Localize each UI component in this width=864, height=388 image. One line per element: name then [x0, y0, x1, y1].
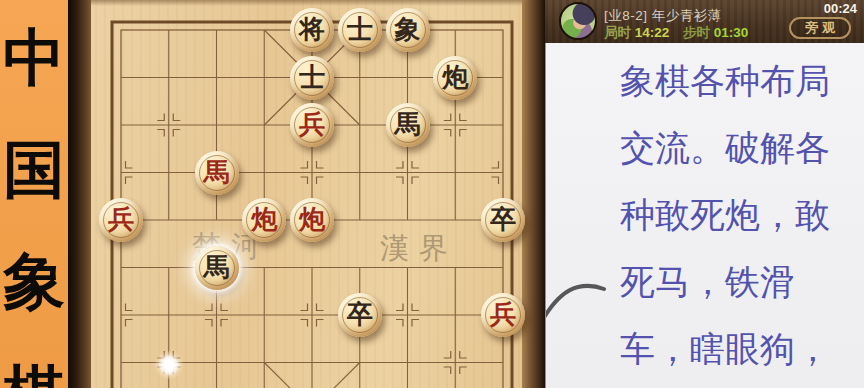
piece-black-advisor[interactable]: 士: [290, 56, 334, 100]
handwritten-stroke: [546, 43, 864, 388]
player-name: [业8-2] 年少青衫薄: [604, 7, 722, 25]
piece-character: 卒: [347, 301, 373, 327]
piece-black-soldier[interactable]: 卒: [338, 293, 382, 337]
piece-black-elephant[interactable]: 象: [386, 8, 430, 52]
river-label-han-jie: 漢界: [380, 231, 458, 265]
piece-black-horse[interactable]: 馬: [195, 246, 239, 290]
player-info-bar: [业8-2] 年少青衫薄 局时 14:22 步时 01:30 00:24 旁观: [545, 0, 864, 43]
piece-black-advisor[interactable]: 士: [338, 8, 382, 52]
piece-character: 兵: [299, 111, 325, 137]
sparkle-effect-icon: [154, 350, 184, 380]
piece-black-horse[interactable]: 馬: [386, 103, 430, 147]
xiangqi-board[interactable]: 楚河 漢界 将士象士炮兵馬馬兵炮炮卒馬卒兵: [68, 0, 545, 388]
banner-char-guo: 国: [0, 139, 68, 201]
piece-black-cannon[interactable]: 炮: [433, 56, 477, 100]
xiangqi-app-window: 中 国 象 棋 楚河 漢界 将士象士炮兵馬馬兵炮炮卒馬卒兵 [业8-2] 年少青…: [0, 0, 864, 388]
piece-character: 馬: [395, 111, 421, 137]
piece-red-cannon[interactable]: 炮: [290, 198, 334, 242]
player-avatar[interactable]: [559, 2, 597, 40]
piece-red-soldier[interactable]: 兵: [481, 293, 525, 337]
chat-panel[interactable]: 象棋各种布局 交流。破解各 种敢死炮，敢 死马，铁滑 车，瞎眼狗，: [545, 43, 864, 388]
move-time-value: 01:30: [714, 25, 749, 40]
piece-red-soldier[interactable]: 兵: [290, 103, 334, 147]
right-panel: [业8-2] 年少青衫薄 局时 14:22 步时 01:30 00:24 旁观 …: [545, 0, 864, 388]
piece-black-general[interactable]: 将: [290, 8, 334, 52]
piece-character: 馬: [204, 254, 230, 280]
time-row: 局时 14:22 步时 01:30: [604, 24, 748, 42]
banner-char-zhong: 中: [0, 27, 68, 89]
piece-character: 兵: [108, 206, 134, 232]
spectate-button[interactable]: 旁观: [789, 17, 851, 39]
banner-char-qi: 棋: [0, 363, 68, 388]
banner-char-xiang: 象: [0, 251, 68, 313]
piece-character: 炮: [442, 64, 468, 90]
piece-red-soldier[interactable]: 兵: [99, 198, 143, 242]
corner-clock: 00:24: [824, 1, 857, 16]
move-time-label: 步时: [683, 25, 710, 40]
game-time-label: 局时: [604, 25, 631, 40]
piece-character: 炮: [251, 206, 277, 232]
piece-character: 馬: [204, 159, 230, 185]
sidebar-banner: 中 国 象 棋: [0, 0, 68, 388]
piece-character: 卒: [490, 206, 516, 232]
piece-character: 兵: [490, 301, 516, 327]
piece-red-horse[interactable]: 馬: [195, 151, 239, 195]
piece-character: 象: [395, 16, 421, 42]
piece-black-soldier[interactable]: 卒: [481, 198, 525, 242]
game-time-value: 14:22: [635, 25, 670, 40]
piece-character: 士: [347, 16, 373, 42]
piece-red-cannon[interactable]: 炮: [242, 198, 286, 242]
piece-character: 炮: [299, 206, 325, 232]
piece-character: 将: [299, 16, 325, 42]
piece-character: 士: [299, 64, 325, 90]
